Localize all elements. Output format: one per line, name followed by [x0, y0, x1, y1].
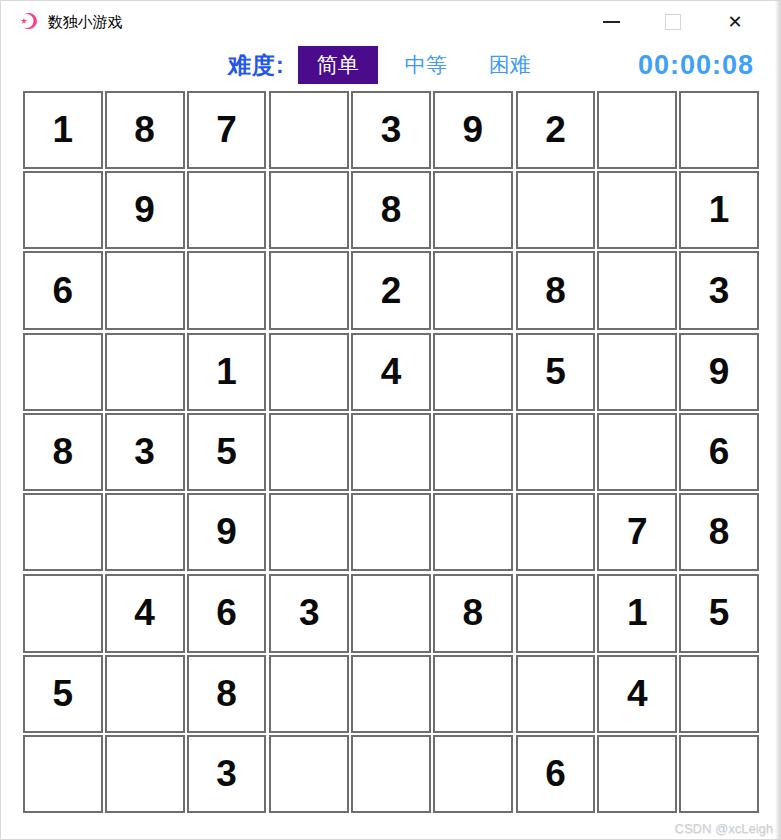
cell-r9c6[interactable]	[433, 735, 513, 813]
sudoku-block-9: 1546	[516, 574, 759, 813]
cell-r7c7[interactable]	[516, 574, 596, 652]
cell-r4c9: 9	[679, 333, 759, 411]
maximize-icon	[665, 14, 681, 30]
cell-r7c9: 5	[679, 574, 759, 652]
sudoku-block-4: 18359	[23, 333, 266, 572]
cell-r8c5[interactable]	[351, 655, 431, 733]
sudoku-block-7: 46583	[23, 574, 266, 813]
cell-r5c7[interactable]	[516, 413, 596, 491]
cell-r9c5[interactable]	[351, 735, 431, 813]
cell-r5c1: 8	[23, 413, 103, 491]
cell-r4c3: 1	[187, 333, 267, 411]
cell-r8c9[interactable]	[679, 655, 759, 733]
cell-r4c2[interactable]	[105, 333, 185, 411]
cell-r5c5[interactable]	[351, 413, 431, 491]
cell-r1c6: 9	[433, 91, 513, 169]
cell-r4c8[interactable]	[597, 333, 677, 411]
watermark: CSDN @xcLeigh	[675, 821, 773, 836]
cell-r4c7: 5	[516, 333, 596, 411]
cell-r3c8[interactable]	[597, 251, 677, 329]
game-timer: 00:00:08	[638, 50, 754, 81]
cell-r8c2[interactable]	[105, 655, 185, 733]
cell-r3c5: 2	[351, 251, 431, 329]
cell-r7c1[interactable]	[23, 574, 103, 652]
cell-r9c3: 3	[187, 735, 267, 813]
cell-r9c8[interactable]	[597, 735, 677, 813]
cell-r2c5: 8	[351, 171, 431, 249]
app-window: ☪ 数独小游戏 ✕ 难度: 简单 中等 困难 00:00:08 18796398…	[0, 0, 781, 840]
window-title: 数独小游戏	[48, 13, 123, 32]
cell-r3c7: 8	[516, 251, 596, 329]
cell-r8c3: 8	[187, 655, 267, 733]
maximize-button[interactable]	[642, 1, 704, 43]
cell-r6c7[interactable]	[516, 493, 596, 571]
cell-r9c9[interactable]	[679, 735, 759, 813]
cell-r1c7: 2	[516, 91, 596, 169]
sudoku-block-6: 59678	[516, 333, 759, 572]
cell-r3c1: 6	[23, 251, 103, 329]
cell-r2c7[interactable]	[516, 171, 596, 249]
window-controls: ✕	[580, 1, 766, 43]
cell-r1c3: 7	[187, 91, 267, 169]
cell-r9c2[interactable]	[105, 735, 185, 813]
cell-r4c4[interactable]	[269, 333, 349, 411]
minimize-icon	[603, 21, 620, 23]
cell-r6c5[interactable]	[351, 493, 431, 571]
difficulty-label: 难度:	[228, 50, 285, 81]
cell-r4c1[interactable]	[23, 333, 103, 411]
cell-r8c8: 4	[597, 655, 677, 733]
window-edge	[775, 1, 780, 839]
cell-r2c1[interactable]	[23, 171, 103, 249]
cell-r2c4[interactable]	[269, 171, 349, 249]
sudoku-board: 18796398221831835945967846583381546	[23, 91, 759, 813]
cell-r5c2: 3	[105, 413, 185, 491]
cell-r8c7[interactable]	[516, 655, 596, 733]
cell-r7c4: 3	[269, 574, 349, 652]
cell-r5c4[interactable]	[269, 413, 349, 491]
cell-r9c7: 6	[516, 735, 596, 813]
cell-r2c3[interactable]	[187, 171, 267, 249]
crescent-moon-star-icon: ☪	[19, 11, 39, 33]
cell-r1c5: 3	[351, 91, 431, 169]
cell-r7c3: 6	[187, 574, 267, 652]
cell-r1c9[interactable]	[679, 91, 759, 169]
close-button[interactable]: ✕	[704, 1, 766, 43]
sudoku-block-8: 38	[269, 574, 512, 813]
cell-r5c3: 5	[187, 413, 267, 491]
cell-r2c8[interactable]	[597, 171, 677, 249]
cell-r6c6[interactable]	[433, 493, 513, 571]
cell-r8c1: 5	[23, 655, 103, 733]
cell-r6c9: 8	[679, 493, 759, 571]
close-icon: ✕	[727, 11, 742, 33]
cell-r6c1[interactable]	[23, 493, 103, 571]
minimize-button[interactable]	[580, 1, 642, 43]
cell-r7c5[interactable]	[351, 574, 431, 652]
cell-r1c8[interactable]	[597, 91, 677, 169]
cell-r5c9: 6	[679, 413, 759, 491]
cell-r9c4[interactable]	[269, 735, 349, 813]
cell-r4c6[interactable]	[433, 333, 513, 411]
cell-r2c6[interactable]	[433, 171, 513, 249]
cell-r7c6: 8	[433, 574, 513, 652]
cell-r3c3[interactable]	[187, 251, 267, 329]
sudoku-block-2: 3982	[269, 91, 512, 330]
difficulty-toolbar: 难度: 简单 中等 困难 00:00:08	[1, 43, 780, 87]
cell-r7c8: 1	[597, 574, 677, 652]
cell-r1c1: 1	[23, 91, 103, 169]
cell-r8c6[interactable]	[433, 655, 513, 733]
cell-r7c2: 4	[105, 574, 185, 652]
sudoku-block-5: 4	[269, 333, 512, 572]
sudoku-block-3: 2183	[516, 91, 759, 330]
cell-r6c2[interactable]	[105, 493, 185, 571]
cell-r1c4[interactable]	[269, 91, 349, 169]
difficulty-medium-button[interactable]: 中等	[405, 51, 447, 79]
title-bar: ☪ 数独小游戏 ✕	[1, 1, 780, 43]
cell-r2c9: 1	[679, 171, 759, 249]
cell-r9c1[interactable]	[23, 735, 103, 813]
cell-r2c2: 9	[105, 171, 185, 249]
cell-r6c8: 7	[597, 493, 677, 571]
cell-r6c4[interactable]	[269, 493, 349, 571]
cell-r5c8[interactable]	[597, 413, 677, 491]
difficulty-hard-button[interactable]: 困难	[489, 51, 531, 79]
cell-r1c2: 8	[105, 91, 185, 169]
cell-r8c4[interactable]	[269, 655, 349, 733]
difficulty-easy-button[interactable]: 简单	[298, 46, 378, 84]
cell-r4c5: 4	[351, 333, 431, 411]
sudoku-block-1: 18796	[23, 91, 266, 330]
cell-r6c3: 9	[187, 493, 267, 571]
cell-r3c2[interactable]	[105, 251, 185, 329]
cell-r3c4[interactable]	[269, 251, 349, 329]
cell-r3c6[interactable]	[433, 251, 513, 329]
cell-r5c6[interactable]	[433, 413, 513, 491]
cell-r3c9: 3	[679, 251, 759, 329]
